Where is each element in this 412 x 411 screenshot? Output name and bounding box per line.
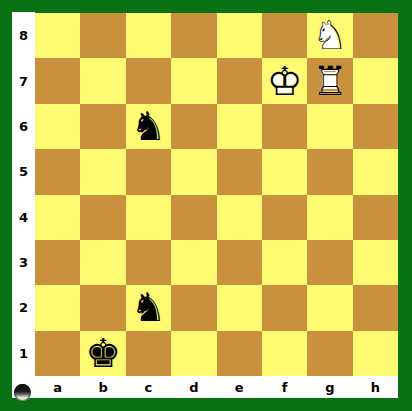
rank-labels-strip: 87654321 — [12, 12, 35, 398]
square-e8[interactable] — [217, 13, 262, 58]
square-c1[interactable] — [126, 331, 171, 376]
turn-indicator-ball — [14, 384, 31, 401]
square-e4[interactable] — [217, 195, 262, 240]
rank-label-3: 3 — [12, 240, 35, 285]
square-g6[interactable] — [307, 104, 352, 149]
square-h3[interactable] — [353, 240, 398, 285]
white-rook-outline: ♖ — [307, 58, 352, 103]
rank-label-7: 7 — [12, 58, 35, 103]
rank-label-1: 1 — [12, 331, 35, 376]
square-e1[interactable] — [217, 331, 262, 376]
square-d3[interactable] — [171, 240, 216, 285]
square-b8[interactable] — [80, 13, 125, 58]
square-f2[interactable] — [262, 285, 307, 330]
rank-label-6: 6 — [12, 104, 35, 149]
file-label-c: c — [126, 376, 171, 398]
chess-diagram-frame: 87654321 abcdefgh ♞♘♚♔♜♖♞♞♚ — [0, 0, 412, 411]
square-d6[interactable] — [171, 104, 216, 149]
square-e2[interactable] — [217, 285, 262, 330]
rank-labels: 87654321 — [12, 13, 35, 376]
square-a7[interactable] — [35, 58, 80, 103]
file-labels: abcdefgh — [35, 376, 398, 398]
square-a2[interactable] — [35, 285, 80, 330]
square-g1[interactable] — [307, 331, 352, 376]
square-a8[interactable] — [35, 13, 80, 58]
square-h2[interactable] — [353, 285, 398, 330]
square-f1[interactable] — [262, 331, 307, 376]
square-g3[interactable] — [307, 240, 352, 285]
square-g7[interactable]: ♜♖ — [307, 58, 352, 103]
square-c4[interactable] — [126, 195, 171, 240]
square-c5[interactable] — [126, 149, 171, 194]
file-labels-strip: abcdefgh — [12, 376, 398, 398]
square-a3[interactable] — [35, 240, 80, 285]
square-e7[interactable] — [217, 58, 262, 103]
square-b6[interactable] — [80, 104, 125, 149]
square-g4[interactable] — [307, 195, 352, 240]
square-d1[interactable] — [171, 331, 216, 376]
rank-label-4: 4 — [12, 195, 35, 240]
square-f7[interactable]: ♚♔ — [262, 58, 307, 103]
square-b1[interactable]: ♚ — [80, 331, 125, 376]
square-h6[interactable] — [353, 104, 398, 149]
square-h7[interactable] — [353, 58, 398, 103]
square-a1[interactable] — [35, 331, 80, 376]
square-c2[interactable]: ♞ — [126, 285, 171, 330]
square-e3[interactable] — [217, 240, 262, 285]
square-d5[interactable] — [171, 149, 216, 194]
square-b3[interactable] — [80, 240, 125, 285]
square-c3[interactable] — [126, 240, 171, 285]
file-label-b: b — [80, 376, 125, 398]
square-f5[interactable] — [262, 149, 307, 194]
square-e6[interactable] — [217, 104, 262, 149]
rank-label-5: 5 — [12, 149, 35, 194]
square-h4[interactable] — [353, 195, 398, 240]
square-b7[interactable] — [80, 58, 125, 103]
white-knight-outline: ♘ — [307, 13, 352, 58]
white-king-outline: ♔ — [262, 58, 307, 103]
black-knight-c6[interactable]: ♞ — [126, 104, 171, 149]
square-h1[interactable] — [353, 331, 398, 376]
square-d2[interactable] — [171, 285, 216, 330]
file-label-h: h — [353, 376, 398, 398]
square-d4[interactable] — [171, 195, 216, 240]
square-c8[interactable] — [126, 13, 171, 58]
square-a5[interactable] — [35, 149, 80, 194]
square-h8[interactable] — [353, 13, 398, 58]
file-label-e: e — [217, 376, 262, 398]
black-knight-c2[interactable]: ♞ — [126, 285, 171, 330]
rank-label-8: 8 — [12, 13, 35, 58]
black-king-b1[interactable]: ♚ — [80, 331, 125, 376]
square-c7[interactable] — [126, 58, 171, 103]
file-label-g: g — [307, 376, 352, 398]
white-rook-g7[interactable]: ♜♖ — [307, 58, 352, 103]
square-b5[interactable] — [80, 149, 125, 194]
square-f8[interactable] — [262, 13, 307, 58]
square-a6[interactable] — [35, 104, 80, 149]
square-d7[interactable] — [171, 58, 216, 103]
square-f4[interactable] — [262, 195, 307, 240]
white-king-f7[interactable]: ♚♔ — [262, 58, 307, 103]
file-label-f: f — [262, 376, 307, 398]
square-g5[interactable] — [307, 149, 352, 194]
square-e5[interactable] — [217, 149, 262, 194]
square-g2[interactable] — [307, 285, 352, 330]
square-f3[interactable] — [262, 240, 307, 285]
rank-label-2: 2 — [12, 285, 35, 330]
square-d8[interactable] — [171, 13, 216, 58]
square-c6[interactable]: ♞ — [126, 104, 171, 149]
file-label-d: d — [171, 376, 216, 398]
square-a4[interactable] — [35, 195, 80, 240]
square-g8[interactable]: ♞♘ — [307, 13, 352, 58]
chess-board[interactable]: ♞♘♚♔♜♖♞♞♚ — [35, 13, 398, 376]
square-f6[interactable] — [262, 104, 307, 149]
square-b4[interactable] — [80, 195, 125, 240]
file-label-a: a — [35, 376, 80, 398]
square-h5[interactable] — [353, 149, 398, 194]
square-b2[interactable] — [80, 285, 125, 330]
white-knight-g8[interactable]: ♞♘ — [307, 13, 352, 58]
